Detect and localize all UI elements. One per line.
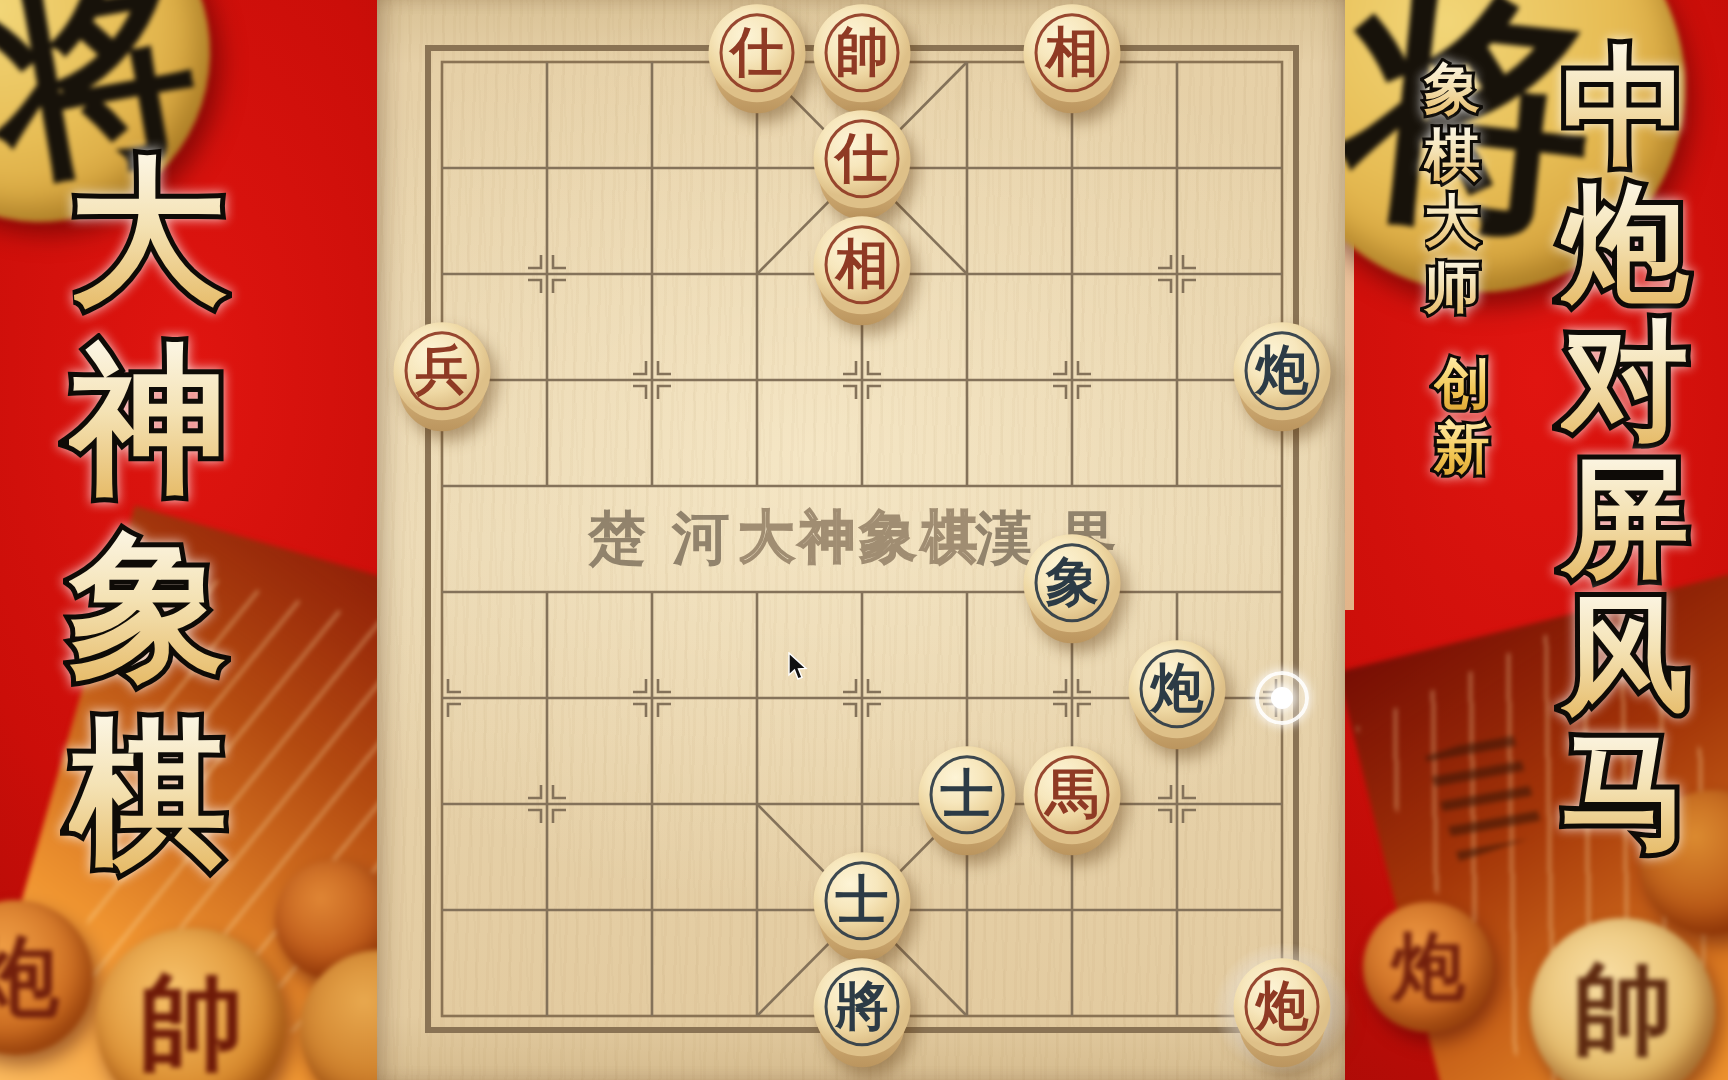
piece-red-0[interactable]: 仕 xyxy=(709,4,806,113)
piece-red-4[interactable]: 相 xyxy=(814,216,911,325)
piece-black-11[interactable]: 士 xyxy=(814,852,911,961)
piece-glyph: 炮 xyxy=(1129,645,1226,732)
piece-glyph: 炮 xyxy=(1234,327,1331,414)
piece-glyph: 士 xyxy=(919,751,1016,838)
piece-glyph: 炮 xyxy=(1234,963,1331,1050)
piece-glyph: 馬 xyxy=(1024,751,1121,838)
piece-red-3[interactable]: 仕 xyxy=(814,110,911,219)
piece-glyph: 仕 xyxy=(709,9,806,96)
piece-red-13[interactable]: 炮 xyxy=(1234,958,1331,1067)
piece-black-12[interactable]: 將 xyxy=(814,958,911,1067)
piece-glyph: 帥 xyxy=(814,9,911,96)
piece-glyph: 象 xyxy=(1024,539,1121,626)
piece-black-9[interactable]: 士 xyxy=(919,746,1016,855)
piece-red-1[interactable]: 帥 xyxy=(814,4,911,113)
piece-black-7[interactable]: 象 xyxy=(1024,534,1121,643)
piece-red-2[interactable]: 相 xyxy=(1024,4,1121,113)
piece-glyph: 相 xyxy=(1024,9,1121,96)
piece-red-5[interactable]: 兵 xyxy=(394,322,491,431)
piece-glyph: 將 xyxy=(814,963,911,1050)
piece-black-6[interactable]: 炮 xyxy=(1234,322,1331,431)
piece-red-10[interactable]: 馬 xyxy=(1024,746,1121,855)
xiangqi-video-frame: 将 炮 帥 大大神神象象棋棋 楚河 漢界 大神象棋 将 xyxy=(0,0,1728,1080)
piece-glyph: 士 xyxy=(814,857,911,944)
piece-glyph: 相 xyxy=(814,221,911,308)
piece-black-8[interactable]: 炮 xyxy=(1129,640,1226,749)
mouse-cursor-icon xyxy=(787,652,811,684)
piece-glyph: 仕 xyxy=(814,115,911,202)
piece-glyph: 兵 xyxy=(394,327,491,414)
pieces-layer: 仕帥相仕相兵炮象炮士馬士將炮 xyxy=(0,0,1728,1080)
